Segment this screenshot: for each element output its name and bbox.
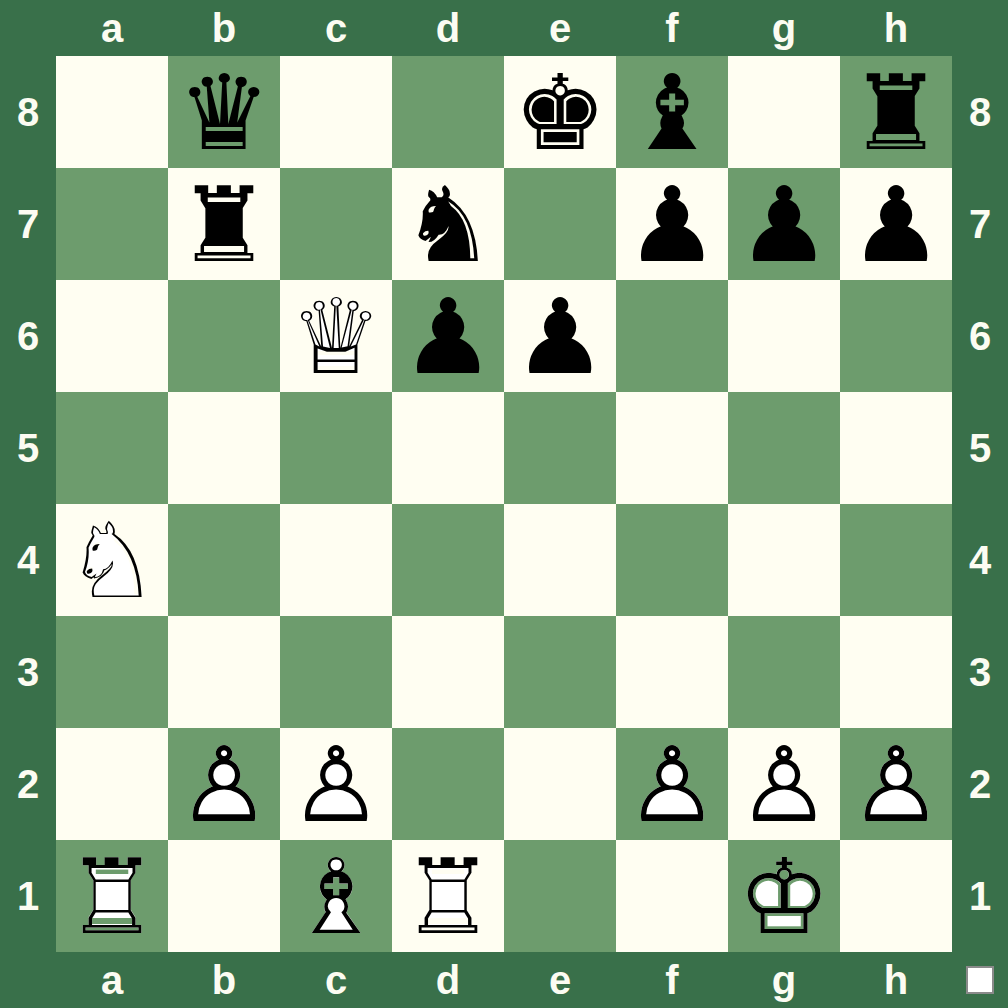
square-a6[interactable] — [56, 280, 168, 392]
square-c1[interactable]: ♝♗ — [280, 840, 392, 952]
square-d6[interactable]: ♟ — [392, 280, 504, 392]
square-f1[interactable] — [616, 840, 728, 952]
file-label-h: h — [840, 0, 952, 56]
square-d4[interactable] — [392, 504, 504, 616]
black-queen: ♛ — [168, 56, 280, 168]
square-d2[interactable] — [392, 728, 504, 840]
square-f4[interactable] — [616, 504, 728, 616]
square-h8[interactable]: ♜ — [840, 56, 952, 168]
file-label-a: a — [56, 0, 168, 56]
square-e2[interactable] — [504, 728, 616, 840]
square-d1[interactable]: ♜♖ — [392, 840, 504, 952]
rank-labels-right: 87654321 — [952, 56, 1008, 952]
square-f2[interactable]: ♟♙ — [616, 728, 728, 840]
rank-label-8: 8 — [0, 56, 56, 168]
white-rook: ♜♖ — [56, 840, 168, 952]
square-c5[interactable] — [280, 392, 392, 504]
black-knight-glyph: ♞ — [392, 168, 504, 280]
square-h3[interactable] — [840, 616, 952, 728]
square-d3[interactable] — [392, 616, 504, 728]
file-label-f: f — [616, 0, 728, 56]
white-pawn: ♟♙ — [280, 728, 392, 840]
white-knight-outline: ♘ — [56, 504, 168, 616]
black-pawn: ♟ — [616, 168, 728, 280]
square-e8[interactable]: ♚ — [504, 56, 616, 168]
rank-label-3: 3 — [0, 616, 56, 728]
rank-label-1: 1 — [0, 840, 56, 952]
black-pawn-glyph: ♟ — [616, 168, 728, 280]
black-rook: ♜ — [168, 168, 280, 280]
square-b2[interactable]: ♟♙ — [168, 728, 280, 840]
white-queen-outline: ♕ — [280, 280, 392, 392]
white-pawn: ♟♙ — [168, 728, 280, 840]
rank-label-6: 6 — [952, 280, 1008, 392]
file-label-b: b — [168, 952, 280, 1008]
rank-labels-left: 87654321 — [0, 56, 56, 952]
chess-board-frame: abcdefgh 87654321 ♛♚♝♜♜♞♟♟♟♛♕♟♟♞♘♟♙♟♙♟♙♟… — [0, 0, 1008, 1008]
square-e3[interactable] — [504, 616, 616, 728]
square-e4[interactable] — [504, 504, 616, 616]
black-queen-glyph: ♛ — [168, 56, 280, 168]
file-labels-top: abcdefgh — [56, 0, 952, 56]
square-c6[interactable]: ♛♕ — [280, 280, 392, 392]
black-pawn: ♟ — [504, 280, 616, 392]
white-pawn-outline: ♙ — [728, 728, 840, 840]
white-pawn-outline: ♙ — [840, 728, 952, 840]
square-g7[interactable]: ♟ — [728, 168, 840, 280]
rank-label-1: 1 — [952, 840, 1008, 952]
square-h6[interactable] — [840, 280, 952, 392]
white-pawn-outline: ♙ — [280, 728, 392, 840]
rank-label-3: 3 — [952, 616, 1008, 728]
file-label-c: c — [280, 0, 392, 56]
square-f6[interactable] — [616, 280, 728, 392]
white-king-outline: ♔ — [728, 840, 840, 952]
square-c7[interactable] — [280, 168, 392, 280]
black-king: ♚ — [504, 56, 616, 168]
square-g4[interactable] — [728, 504, 840, 616]
white-pawn: ♟♙ — [840, 728, 952, 840]
square-c8[interactable] — [280, 56, 392, 168]
rank-label-4: 4 — [0, 504, 56, 616]
white-bishop-outline: ♗ — [280, 840, 392, 952]
square-d7[interactable]: ♞ — [392, 168, 504, 280]
black-rook-glyph: ♜ — [168, 168, 280, 280]
square-c2[interactable]: ♟♙ — [280, 728, 392, 840]
file-label-d: d — [392, 0, 504, 56]
rank-label-8: 8 — [952, 56, 1008, 168]
black-pawn: ♟ — [840, 168, 952, 280]
rank-label-5: 5 — [952, 392, 1008, 504]
file-label-h: h — [840, 952, 952, 1008]
square-e6[interactable]: ♟ — [504, 280, 616, 392]
black-bishop-glyph: ♝ — [616, 56, 728, 168]
black-pawn: ♟ — [392, 280, 504, 392]
square-b5[interactable] — [168, 392, 280, 504]
square-h5[interactable] — [840, 392, 952, 504]
black-pawn-glyph: ♟ — [504, 280, 616, 392]
square-h4[interactable] — [840, 504, 952, 616]
black-rook-glyph: ♜ — [840, 56, 952, 168]
square-c3[interactable] — [280, 616, 392, 728]
square-g2[interactable]: ♟♙ — [728, 728, 840, 840]
square-h7[interactable]: ♟ — [840, 168, 952, 280]
square-a1[interactable]: ♜♖ — [56, 840, 168, 952]
black-rook: ♜ — [840, 56, 952, 168]
white-rook-outline: ♖ — [392, 840, 504, 952]
square-f5[interactable] — [616, 392, 728, 504]
rank-label-6: 6 — [0, 280, 56, 392]
white-rook-outline: ♖ — [56, 840, 168, 952]
square-a3[interactable] — [56, 616, 168, 728]
square-h2[interactable]: ♟♙ — [840, 728, 952, 840]
square-g5[interactable] — [728, 392, 840, 504]
black-pawn-glyph: ♟ — [392, 280, 504, 392]
white-bishop: ♝♗ — [280, 840, 392, 952]
rank-label-4: 4 — [952, 504, 1008, 616]
square-b1[interactable] — [168, 840, 280, 952]
white-pawn-outline: ♙ — [616, 728, 728, 840]
square-b3[interactable] — [168, 616, 280, 728]
square-d8[interactable] — [392, 56, 504, 168]
file-label-e: e — [504, 0, 616, 56]
square-e1[interactable] — [504, 840, 616, 952]
rank-label-7: 7 — [952, 168, 1008, 280]
square-e7[interactable] — [504, 168, 616, 280]
white-rook: ♜♖ — [392, 840, 504, 952]
file-labels-bottom: abcdefgh — [56, 952, 952, 1008]
square-a8[interactable] — [56, 56, 168, 168]
square-b6[interactable] — [168, 280, 280, 392]
file-label-f: f — [616, 952, 728, 1008]
square-c4[interactable] — [280, 504, 392, 616]
square-h1[interactable] — [840, 840, 952, 952]
square-a4[interactable]: ♞♘ — [56, 504, 168, 616]
rank-label-5: 5 — [0, 392, 56, 504]
square-b4[interactable] — [168, 504, 280, 616]
rank-label-2: 2 — [0, 728, 56, 840]
square-a7[interactable] — [56, 168, 168, 280]
square-b8[interactable]: ♛ — [168, 56, 280, 168]
square-a2[interactable] — [56, 728, 168, 840]
square-g8[interactable] — [728, 56, 840, 168]
side-to-move-indicator — [966, 966, 994, 994]
white-knight: ♞♘ — [56, 504, 168, 616]
square-e5[interactable] — [504, 392, 616, 504]
white-queen: ♛♕ — [280, 280, 392, 392]
white-king: ♚♔ — [728, 840, 840, 952]
file-label-b: b — [168, 0, 280, 56]
square-b7[interactable]: ♜ — [168, 168, 280, 280]
chess-board: ♛♚♝♜♜♞♟♟♟♛♕♟♟♞♘♟♙♟♙♟♙♟♙♟♙♜♖♝♗♜♖♚♔ — [56, 56, 952, 952]
file-label-e: e — [504, 952, 616, 1008]
black-pawn: ♟ — [728, 168, 840, 280]
file-label-g: g — [728, 0, 840, 56]
square-a5[interactable] — [56, 392, 168, 504]
black-pawn-glyph: ♟ — [840, 168, 952, 280]
black-bishop: ♝ — [616, 56, 728, 168]
black-knight: ♞ — [392, 168, 504, 280]
white-pawn: ♟♙ — [616, 728, 728, 840]
file-label-a: a — [56, 952, 168, 1008]
square-f8[interactable]: ♝ — [616, 56, 728, 168]
file-label-d: d — [392, 952, 504, 1008]
file-label-c: c — [280, 952, 392, 1008]
square-f3[interactable] — [616, 616, 728, 728]
square-g6[interactable] — [728, 280, 840, 392]
file-label-g: g — [728, 952, 840, 1008]
black-pawn-glyph: ♟ — [728, 168, 840, 280]
black-king-glyph: ♚ — [504, 56, 616, 168]
white-pawn: ♟♙ — [728, 728, 840, 840]
square-g3[interactable] — [728, 616, 840, 728]
rank-label-7: 7 — [0, 168, 56, 280]
square-g1[interactable]: ♚♔ — [728, 840, 840, 952]
square-f7[interactable]: ♟ — [616, 168, 728, 280]
square-d5[interactable] — [392, 392, 504, 504]
rank-label-2: 2 — [952, 728, 1008, 840]
white-pawn-outline: ♙ — [168, 728, 280, 840]
